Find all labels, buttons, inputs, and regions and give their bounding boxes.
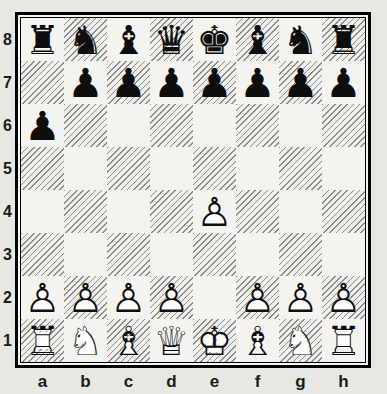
white-pawn-g2: ♟♙ (279, 276, 322, 319)
square-g4 (279, 190, 322, 233)
square-a8: ♜ (21, 18, 64, 61)
square-f3 (236, 233, 279, 276)
white-piece-outline: ♙ (193, 190, 236, 233)
white-knight-g1: ♞♘ (279, 319, 322, 362)
square-e5 (193, 147, 236, 190)
square-e3 (193, 233, 236, 276)
square-c8: ♝ (107, 18, 150, 61)
black-pawn-g7: ♟ (279, 61, 322, 104)
rank-label-1: 1 (0, 319, 15, 362)
square-a7 (21, 61, 64, 104)
square-c7: ♟ (107, 61, 150, 104)
rank-label-2: 2 (0, 276, 15, 319)
square-h1: ♜♖ (322, 319, 365, 362)
square-b6 (64, 104, 107, 147)
black-pawn-a6: ♟ (21, 104, 64, 147)
white-bishop-f1: ♝♗ (236, 319, 279, 362)
file-label-h: h (322, 372, 365, 392)
chess-diagram: 87654321 ♜♞♝♛♚♝♞♜♟♟♟♟♟♟♟♟♟♙♟♙♟♙♟♙♟♙♟♙♟♙♟… (0, 0, 387, 394)
square-h2: ♟♙ (322, 276, 365, 319)
white-pawn-d2: ♟♙ (150, 276, 193, 319)
white-piece-outline: ♙ (21, 276, 64, 319)
white-queen-d1: ♛♕ (150, 319, 193, 362)
square-b4 (64, 190, 107, 233)
black-pawn-b7: ♟ (64, 61, 107, 104)
square-b5 (64, 147, 107, 190)
square-a6: ♟ (21, 104, 64, 147)
square-d7: ♟ (150, 61, 193, 104)
square-b8: ♞ (64, 18, 107, 61)
square-a3 (21, 233, 64, 276)
white-piece-outline: ♘ (64, 319, 107, 362)
square-e2 (193, 276, 236, 319)
white-piece-outline: ♙ (107, 276, 150, 319)
square-f8: ♝ (236, 18, 279, 61)
file-label-d: d (150, 372, 193, 392)
square-b3 (64, 233, 107, 276)
square-b1: ♞♘ (64, 319, 107, 362)
square-f4 (236, 190, 279, 233)
white-piece-outline: ♔ (193, 319, 236, 362)
white-pawn-c2: ♟♙ (107, 276, 150, 319)
white-king-e1: ♚♔ (193, 319, 236, 362)
white-pawn-a2: ♟♙ (21, 276, 64, 319)
square-b7: ♟ (64, 61, 107, 104)
square-d8: ♛ (150, 18, 193, 61)
white-pawn-f2: ♟♙ (236, 276, 279, 319)
rank-label-7: 7 (0, 61, 15, 104)
black-pawn-h7: ♟ (322, 61, 365, 104)
rank-label-3: 3 (0, 233, 15, 276)
square-e8: ♚ (193, 18, 236, 61)
white-bishop-c1: ♝♗ (107, 319, 150, 362)
square-f7: ♟ (236, 61, 279, 104)
board: ♜♞♝♛♚♝♞♜♟♟♟♟♟♟♟♟♟♙♟♙♟♙♟♙♟♙♟♙♟♙♟♙♜♖♞♘♝♗♛♕… (20, 17, 366, 363)
rank-label-4: 4 (0, 190, 15, 233)
square-c6 (107, 104, 150, 147)
file-labels: abcdefgh (21, 372, 365, 392)
file-label-c: c (107, 372, 150, 392)
square-d6 (150, 104, 193, 147)
rank-label-5: 5 (0, 147, 15, 190)
white-piece-outline: ♙ (64, 276, 107, 319)
square-e4: ♟♙ (193, 190, 236, 233)
square-e1: ♚♔ (193, 319, 236, 362)
black-knight-g8: ♞ (279, 18, 322, 61)
rank-labels: 87654321 (0, 18, 15, 362)
square-c5 (107, 147, 150, 190)
square-c4 (107, 190, 150, 233)
square-f1: ♝♗ (236, 319, 279, 362)
square-c1: ♝♗ (107, 319, 150, 362)
square-h6 (322, 104, 365, 147)
square-d4 (150, 190, 193, 233)
white-piece-outline: ♗ (107, 319, 150, 362)
square-g8: ♞ (279, 18, 322, 61)
square-d2: ♟♙ (150, 276, 193, 319)
square-g7: ♟ (279, 61, 322, 104)
file-label-e: e (193, 372, 236, 392)
square-g3 (279, 233, 322, 276)
black-rook-h8: ♜ (322, 18, 365, 61)
file-label-g: g (279, 372, 322, 392)
file-label-a: a (21, 372, 64, 392)
square-h5 (322, 147, 365, 190)
square-b2: ♟♙ (64, 276, 107, 319)
rank-label-8: 8 (0, 18, 15, 61)
square-d1: ♛♕ (150, 319, 193, 362)
black-pawn-d7: ♟ (150, 61, 193, 104)
square-g6 (279, 104, 322, 147)
black-pawn-e7: ♟ (193, 61, 236, 104)
square-c3 (107, 233, 150, 276)
white-piece-outline: ♖ (21, 319, 64, 362)
black-king-e8: ♚ (193, 18, 236, 61)
square-h7: ♟ (322, 61, 365, 104)
white-pawn-e4: ♟♙ (193, 190, 236, 233)
white-piece-outline: ♙ (150, 276, 193, 319)
square-d5 (150, 147, 193, 190)
square-a1: ♜♖ (21, 319, 64, 362)
rank-label-6: 6 (0, 104, 15, 147)
square-e7: ♟ (193, 61, 236, 104)
square-h8: ♜ (322, 18, 365, 61)
file-label-b: b (64, 372, 107, 392)
white-piece-outline: ♖ (322, 319, 365, 362)
square-g5 (279, 147, 322, 190)
white-rook-h1: ♜♖ (322, 319, 365, 362)
white-piece-outline: ♗ (236, 319, 279, 362)
white-pawn-b2: ♟♙ (64, 276, 107, 319)
black-pawn-f7: ♟ (236, 61, 279, 104)
black-knight-b8: ♞ (64, 18, 107, 61)
white-pawn-h2: ♟♙ (322, 276, 365, 319)
white-piece-outline: ♙ (279, 276, 322, 319)
black-queen-d8: ♛ (150, 18, 193, 61)
white-piece-outline: ♕ (150, 319, 193, 362)
square-f6 (236, 104, 279, 147)
square-a5 (21, 147, 64, 190)
file-label-f: f (236, 372, 279, 392)
black-pawn-c7: ♟ (107, 61, 150, 104)
square-g2: ♟♙ (279, 276, 322, 319)
white-knight-b1: ♞♘ (64, 319, 107, 362)
black-bishop-c8: ♝ (107, 18, 150, 61)
square-f2: ♟♙ (236, 276, 279, 319)
square-a2: ♟♙ (21, 276, 64, 319)
square-d3 (150, 233, 193, 276)
square-c2: ♟♙ (107, 276, 150, 319)
white-rook-a1: ♜♖ (21, 319, 64, 362)
square-e6 (193, 104, 236, 147)
square-a4 (21, 190, 64, 233)
square-h3 (322, 233, 365, 276)
square-g1: ♞♘ (279, 319, 322, 362)
white-piece-outline: ♙ (236, 276, 279, 319)
white-piece-outline: ♙ (322, 276, 365, 319)
black-bishop-f8: ♝ (236, 18, 279, 61)
board-frame: ♜♞♝♛♚♝♞♜♟♟♟♟♟♟♟♟♟♙♟♙♟♙♟♙♟♙♟♙♟♙♟♙♜♖♞♘♝♗♛♕… (15, 12, 371, 368)
white-piece-outline: ♘ (279, 319, 322, 362)
square-h4 (322, 190, 365, 233)
black-rook-a8: ♜ (21, 18, 64, 61)
square-f5 (236, 147, 279, 190)
